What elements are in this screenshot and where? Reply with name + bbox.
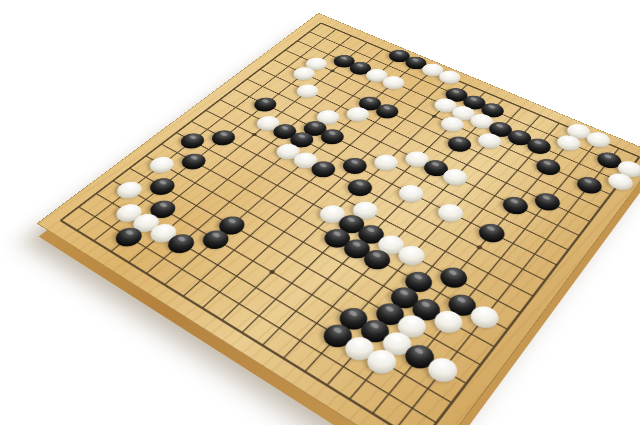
stone-white xyxy=(292,81,322,100)
photo-canvas xyxy=(0,0,640,425)
stone-black xyxy=(532,155,564,177)
stone-white xyxy=(433,200,467,225)
stone-black xyxy=(474,220,509,246)
stone-white xyxy=(394,181,428,205)
go-board[interactable] xyxy=(37,13,640,425)
stone-black xyxy=(250,94,281,113)
stone-black xyxy=(444,133,476,154)
stone-black xyxy=(498,193,532,217)
stone-black xyxy=(573,173,606,196)
stone-white xyxy=(370,151,403,173)
stone-black xyxy=(435,263,472,291)
stone-black xyxy=(343,176,377,199)
board-grid-surface xyxy=(37,12,640,425)
stones xyxy=(77,21,640,425)
stone-black xyxy=(531,189,564,213)
stone-black xyxy=(338,154,371,176)
board-scene xyxy=(0,0,640,425)
